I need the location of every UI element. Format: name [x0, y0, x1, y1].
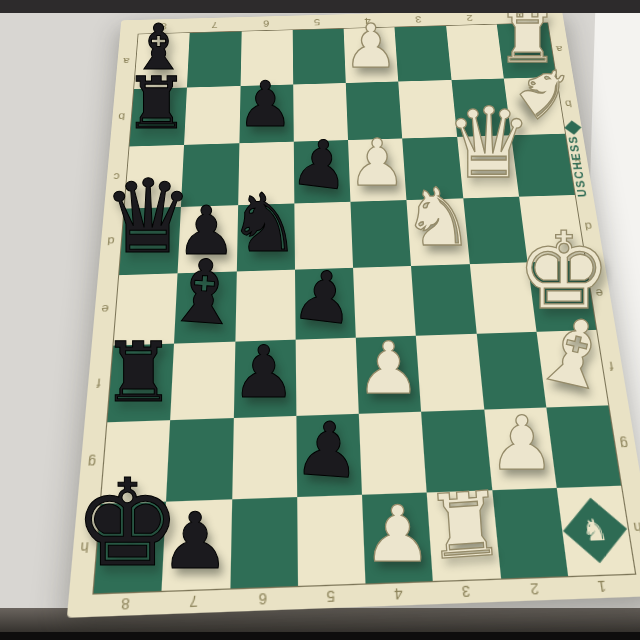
square-g1[interactable] — [546, 405, 621, 488]
square-a7[interactable] — [187, 31, 241, 87]
piece-white-pawn-f4[interactable]: ♟ — [356, 326, 420, 410]
piece-black-rook-f8[interactable]: ♜ — [102, 324, 176, 420]
rank-label-bottom-6: 6 — [258, 590, 267, 606]
square-h5[interactable] — [297, 495, 366, 586]
us-chess-diamond-icon — [564, 120, 581, 134]
logo-knight-icon: ♞ — [579, 512, 610, 548]
rank-label-top-2: 2 — [466, 13, 473, 22]
piece-black-pawn-e5[interactable]: ♟ — [289, 253, 360, 340]
square-e3[interactable] — [411, 263, 476, 335]
rank-label-top-5: 5 — [314, 17, 321, 26]
piece-black-pawn-b6[interactable]: ♟ — [237, 69, 293, 142]
square-a5[interactable] — [292, 28, 345, 84]
square-g6[interactable] — [232, 415, 297, 499]
square-h1[interactable]: ♞ — [557, 486, 635, 576]
square-f3[interactable] — [416, 333, 484, 411]
rank-label-top-6: 6 — [263, 18, 269, 27]
rank-label-bottom-1: 1 — [597, 577, 608, 593]
rank-label-bottom-8: 8 — [121, 595, 131, 611]
square-f5[interactable] — [295, 337, 358, 415]
square-a2[interactable] — [446, 24, 504, 79]
rank-label-bottom-3: 3 — [462, 582, 472, 598]
file-label-left-e: e — [101, 302, 109, 314]
piece-black-pawn-h7[interactable]: ♟ — [160, 496, 230, 586]
square-a3[interactable] — [395, 25, 451, 80]
square-g4[interactable] — [359, 411, 427, 495]
rank-label-bottom-2: 2 — [529, 580, 539, 596]
photo-top-border — [0, 0, 640, 13]
square-h6[interactable] — [230, 497, 298, 588]
piece-black-pawn-f6[interactable]: ♟ — [231, 330, 296, 414]
rank-label-bottom-5: 5 — [326, 587, 335, 603]
piece-white-pawn-h4[interactable]: ♟ — [363, 489, 433, 579]
piece-white-rook-h3[interactable]: ♜ — [421, 472, 507, 580]
piece-white-pawn-c4[interactable]: ♟ — [348, 124, 406, 199]
rank-label-top-7: 7 — [212, 20, 219, 29]
photo-of-chessboard: ♞ aabbccddeeffgghh8877665544332211USCHES… — [0, 0, 640, 640]
square-b7[interactable] — [184, 85, 240, 144]
us-chess-corner-logo: ♞ — [563, 497, 627, 563]
square-f7[interactable] — [170, 341, 234, 419]
photo-bottom-border — [0, 632, 640, 640]
piece-white-pawn-a4[interactable]: ♟ — [344, 11, 398, 81]
rank-label-top-3: 3 — [415, 14, 422, 23]
file-label-right-g: g — [619, 436, 629, 450]
piece-black-rook-b8[interactable]: ♜ — [124, 62, 188, 146]
rank-label-bottom-7: 7 — [190, 592, 199, 608]
piece-white-knight-d3[interactable]: ♞ — [403, 171, 475, 264]
rank-label-bottom-4: 4 — [394, 585, 403, 601]
file-label-right-h: h — [633, 519, 640, 534]
piece-black-pawn-g5[interactable]: ♟ — [292, 404, 365, 495]
